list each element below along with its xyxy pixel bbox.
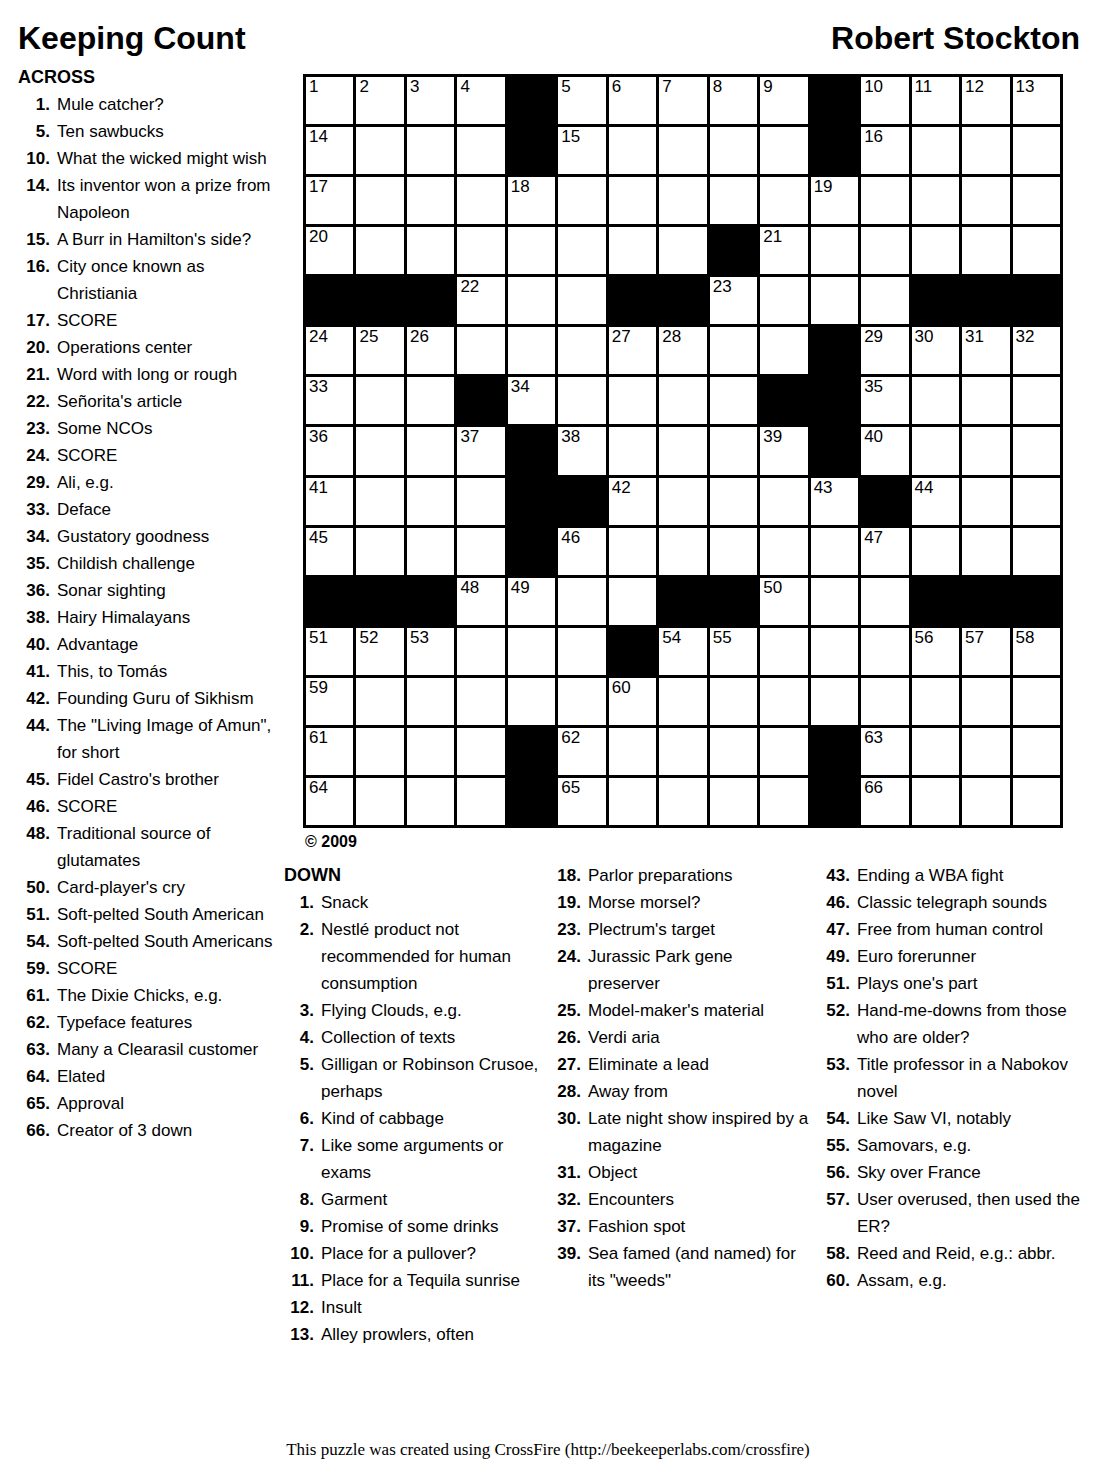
clue-number: 59. [16,955,50,982]
cell-r15c6[interactable]: 65 [558,778,605,825]
cell-r10c7[interactable] [609,528,656,575]
cell-r7c7[interactable] [609,377,656,424]
down-clue-list-1: 1.Snack2.Nestlé product not recommended … [282,889,540,1348]
black-cell [811,327,858,374]
cell-r1c15[interactable]: 13 [1013,77,1060,124]
cell-r7c6[interactable] [558,377,605,424]
cell-r14c7[interactable] [609,728,656,775]
cell-r2c10[interactable] [760,127,807,174]
cell-r6c4[interactable] [457,327,504,374]
clue-number: 39. [549,1240,581,1294]
black-cell [811,127,858,174]
cell-r15c14[interactable] [962,778,1009,825]
cell-r3c14[interactable] [962,177,1009,224]
cell-r4c10[interactable]: 21 [760,227,807,274]
cell-r12c10[interactable] [760,628,807,675]
cell-r9c15[interactable] [1013,478,1060,525]
cell-r1c8[interactable]: 7 [659,77,706,124]
cell-r12c6[interactable] [558,628,605,675]
cell-r3c4[interactable] [457,177,504,224]
cell-r6c7[interactable]: 27 [609,327,656,374]
cell-r10c1[interactable]: 45 [306,528,353,575]
cell-r6c5[interactable] [508,327,555,374]
cell-r1c3[interactable]: 3 [407,77,454,124]
down-clue-list-2: 18.Parlor preparations19.Morse morsel?23… [549,862,809,1294]
cell-r6c6[interactable] [558,327,605,374]
cell-r9c9[interactable] [710,478,757,525]
cell-r6c2[interactable]: 25 [356,327,403,374]
clue-number: 35. [16,550,50,577]
across-header: ACROSS [16,64,278,91]
cell-r4c1[interactable]: 20 [306,227,353,274]
clue-text: Founding Guru of Sikhism [57,685,278,712]
cell-r9c2[interactable] [356,478,403,525]
cell-r2c15[interactable] [1013,127,1060,174]
clue-text: Ending a WBA fight [857,862,1084,889]
cell-number: 55 [713,628,732,647]
cell-r3c1[interactable]: 17 [306,177,353,224]
clue-down-27: 27.Eliminate a lead [549,1051,809,1078]
cell-number: 42 [612,478,631,497]
cell-r4c3[interactable] [407,227,454,274]
cell-r15c8[interactable] [659,778,706,825]
cell-r13c9[interactable] [710,678,757,725]
cell-r15c10[interactable] [760,778,807,825]
cell-r12c5[interactable] [508,628,555,675]
cell-r10c9[interactable] [710,528,757,575]
cell-r12c13[interactable]: 56 [912,628,959,675]
cell-r12c9[interactable]: 55 [710,628,757,675]
cell-r14c1[interactable]: 61 [306,728,353,775]
clue-down-39: 39.Sea famed (and named) for its "weeds" [549,1240,809,1294]
cell-r7c1[interactable]: 33 [306,377,353,424]
cell-r13c14[interactable] [962,678,1009,725]
clue-number: 52. [818,997,850,1051]
cell-r5c10[interactable] [760,277,807,324]
clue-number: 12. [282,1294,314,1321]
cell-r8c9[interactable] [710,427,757,474]
cell-r1c7[interactable]: 6 [609,77,656,124]
cell-r8c8[interactable] [659,427,706,474]
black-cell [912,578,959,625]
clue-text: Classic telegraph sounds [857,889,1084,916]
clue-down-9: 9.Promise of some drinks [282,1213,540,1240]
cell-number: 23 [713,277,732,296]
cell-r4c12[interactable] [861,227,908,274]
cell-r14c13[interactable] [912,728,959,775]
cell-r10c12[interactable]: 47 [861,528,908,575]
crossword-grid-area: 1234567891011121314151617181920212223242… [303,74,1063,851]
cell-r15c13[interactable] [912,778,959,825]
cell-number: 56 [915,628,934,647]
cell-number: 50 [763,578,782,597]
clue-number: 62. [16,1009,50,1036]
cell-number: 14 [309,127,328,146]
cell-r15c9[interactable] [710,778,757,825]
footer-credit: This puzzle was created using CrossFire … [0,1440,1096,1460]
cell-r15c7[interactable] [609,778,656,825]
cell-r6c3[interactable]: 26 [407,327,454,374]
cell-r4c4[interactable] [457,227,504,274]
cell-number: 41 [309,478,328,497]
cell-r2c12[interactable]: 16 [861,127,908,174]
cell-r5c5[interactable] [508,277,555,324]
clue-number: 27. [549,1051,581,1078]
cell-r6c8[interactable]: 28 [659,327,706,374]
cell-number: 20 [309,227,328,246]
clue-down-37: 37.Fashion spot [549,1213,809,1240]
clue-text: Title professor in a Nabokov novel [857,1051,1084,1105]
cell-r12c8[interactable]: 54 [659,628,706,675]
cell-r10c4[interactable] [457,528,504,575]
clue-number: 29. [16,469,50,496]
clue-number: 51. [16,901,50,928]
cell-r2c14[interactable] [962,127,1009,174]
cell-r4c5[interactable] [508,227,555,274]
clue-number: 26. [549,1024,581,1051]
cell-r1c13[interactable]: 11 [912,77,959,124]
cell-r9c7[interactable]: 42 [609,478,656,525]
clue-number: 15. [16,226,50,253]
clue-number: 46. [16,793,50,820]
clue-text: Advantage [57,631,278,658]
clue-number: 4. [282,1024,314,1051]
cell-r13c4[interactable] [457,678,504,725]
cell-r6c14[interactable]: 31 [962,327,1009,374]
cell-r13c5[interactable] [508,678,555,725]
clue-number: 17. [16,307,50,334]
clue-text: Fidel Castro's brother [57,766,278,793]
cell-r8c6[interactable]: 38 [558,427,605,474]
cell-r12c11[interactable] [811,628,858,675]
cell-r14c12[interactable]: 63 [861,728,908,775]
cell-r9c8[interactable] [659,478,706,525]
cell-number: 48 [460,578,479,597]
cell-r1c9[interactable]: 8 [710,77,757,124]
cell-r3c2[interactable] [356,177,403,224]
clue-text: Encounters [588,1186,809,1213]
cell-r14c3[interactable] [407,728,454,775]
clue-down-58: 58.Reed and Reid, e.g.: abbr. [818,1240,1084,1267]
clue-down-30: 30.Late night show inspired by a magazin… [549,1105,809,1159]
cell-r8c13[interactable] [912,427,959,474]
cell-r6c9[interactable] [710,327,757,374]
cell-r4c13[interactable] [912,227,959,274]
cell-number: 25 [359,327,378,346]
black-cell [659,578,706,625]
cell-number: 7 [662,77,671,96]
clue-number: 46. [818,889,850,916]
cell-r11c6[interactable] [558,578,605,625]
cell-r11c11[interactable] [811,578,858,625]
cell-r8c14[interactable] [962,427,1009,474]
cell-r12c14[interactable]: 57 [962,628,1009,675]
clue-text: Card-player's cry [57,874,278,901]
clue-across-45: 45.Fidel Castro's brother [16,766,278,793]
cell-r11c10[interactable]: 50 [760,578,807,625]
clue-text: Señorita's article [57,388,278,415]
cell-r13c8[interactable] [659,678,706,725]
clue-number: 54. [16,928,50,955]
clue-number: 1. [16,91,50,118]
cell-r13c11[interactable] [811,678,858,725]
cell-number: 29 [864,327,883,346]
down-clue-list-3: 43.Ending a WBA fight46.Classic telegrap… [818,862,1084,1294]
cell-r14c9[interactable] [710,728,757,775]
clue-text: Snack [321,889,540,916]
cell-number: 28 [662,327,681,346]
cell-r10c8[interactable] [659,528,706,575]
cell-r3c6[interactable] [558,177,605,224]
cell-r1c2[interactable]: 2 [356,77,403,124]
cell-r15c2[interactable] [356,778,403,825]
cell-r3c7[interactable] [609,177,656,224]
clue-text: Ali, e.g. [57,469,278,496]
clue-number: 24. [549,943,581,997]
cell-r10c15[interactable] [1013,528,1060,575]
clue-number: 40. [16,631,50,658]
crossword-grid[interactable]: 1234567891011121314151617181920212223242… [303,74,1063,828]
clue-across-22: 22.Señorita's article [16,388,278,415]
cell-r14c10[interactable] [760,728,807,775]
cell-number: 64 [309,778,328,797]
clue-number: 65. [16,1090,50,1117]
cell-r9c13[interactable]: 44 [912,478,959,525]
cell-r2c4[interactable] [457,127,504,174]
cell-r3c9[interactable] [710,177,757,224]
cell-r14c15[interactable] [1013,728,1060,775]
cell-r7c9[interactable] [710,377,757,424]
cell-r5c11[interactable] [811,277,858,324]
cell-r3c13[interactable] [912,177,959,224]
cell-number: 31 [965,327,984,346]
cell-r12c1[interactable]: 51 [306,628,353,675]
cell-r6c12[interactable]: 29 [861,327,908,374]
cell-r15c1[interactable]: 64 [306,778,353,825]
cell-r2c9[interactable] [710,127,757,174]
cell-r3c12[interactable] [861,177,908,224]
cell-r5c12[interactable] [861,277,908,324]
cell-r2c1[interactable]: 14 [306,127,353,174]
cell-number: 66 [864,778,883,797]
cell-r10c2[interactable] [356,528,403,575]
cell-r4c8[interactable] [659,227,706,274]
cell-r12c15[interactable]: 58 [1013,628,1060,675]
cell-r4c6[interactable] [558,227,605,274]
cell-r7c14[interactable] [962,377,1009,424]
clue-number: 54. [818,1105,850,1132]
black-cell [1013,578,1060,625]
cell-r8c12[interactable]: 40 [861,427,908,474]
cell-r4c14[interactable] [962,227,1009,274]
cell-number: 61 [309,728,328,747]
clue-number: 5. [282,1051,314,1105]
cell-r7c2[interactable] [356,377,403,424]
clue-text: Mule catcher? [57,91,278,118]
black-cell [811,77,858,124]
clue-down-11: 11.Place for a Tequila sunrise [282,1267,540,1294]
clue-across-17: 17.SCORE [16,307,278,334]
cell-r13c13[interactable] [912,678,959,725]
clue-text: Place for a Tequila sunrise [321,1267,540,1294]
cell-r7c5[interactable]: 34 [508,377,555,424]
black-cell [356,277,403,324]
cell-r9c11[interactable]: 43 [811,478,858,525]
cell-r9c1[interactable]: 41 [306,478,353,525]
clue-number: 41. [16,658,50,685]
cell-r2c3[interactable] [407,127,454,174]
cell-r14c8[interactable] [659,728,706,775]
puzzle-author: Robert Stockton [831,20,1080,57]
cell-number: 8 [713,77,722,96]
cell-r15c3[interactable] [407,778,454,825]
cell-r8c7[interactable] [609,427,656,474]
cell-r9c10[interactable] [760,478,807,525]
cell-r14c14[interactable] [962,728,1009,775]
cell-r1c1[interactable]: 1 [306,77,353,124]
cell-r3c11[interactable]: 19 [811,177,858,224]
cell-r1c10[interactable]: 9 [760,77,807,124]
cell-r3c8[interactable] [659,177,706,224]
cell-r7c3[interactable] [407,377,454,424]
cell-r10c14[interactable] [962,528,1009,575]
cell-r10c11[interactable] [811,528,858,575]
cell-r10c13[interactable] [912,528,959,575]
cell-r12c12[interactable] [861,628,908,675]
cell-r3c3[interactable] [407,177,454,224]
cell-r7c15[interactable] [1013,377,1060,424]
black-cell [861,478,908,525]
cell-r2c6[interactable]: 15 [558,127,605,174]
cell-r10c3[interactable] [407,528,454,575]
cell-r9c4[interactable] [457,478,504,525]
cell-r11c7[interactable] [609,578,656,625]
clue-text: Kind of cabbage [321,1105,540,1132]
cell-r3c15[interactable] [1013,177,1060,224]
clue-number: 48. [16,820,50,874]
cell-r15c15[interactable] [1013,778,1060,825]
cell-number: 32 [1016,327,1035,346]
cell-r5c4[interactable]: 22 [457,277,504,324]
cell-r13c12[interactable] [861,678,908,725]
clue-down-8: 8.Garment [282,1186,540,1213]
clue-across-61: 61.The Dixie Chicks, e.g. [16,982,278,1009]
down-clue-column-3: 43.Ending a WBA fight46.Classic telegrap… [818,862,1084,1294]
cell-r7c12[interactable]: 35 [861,377,908,424]
cell-r12c2[interactable]: 52 [356,628,403,675]
clue-number: 30. [549,1105,581,1159]
cell-r7c13[interactable] [912,377,959,424]
cell-r1c4[interactable]: 4 [457,77,504,124]
cell-r12c3[interactable]: 53 [407,628,454,675]
cell-number: 65 [561,778,580,797]
cell-r6c1[interactable]: 24 [306,327,353,374]
cell-r12c4[interactable] [457,628,504,675]
cell-r13c15[interactable] [1013,678,1060,725]
cell-r8c15[interactable] [1013,427,1060,474]
cell-r14c4[interactable] [457,728,504,775]
cell-r10c10[interactable] [760,528,807,575]
cell-number: 10 [864,77,883,96]
cell-r11c5[interactable]: 49 [508,578,555,625]
clue-number: 49. [818,943,850,970]
cell-r4c15[interactable] [1013,227,1060,274]
cell-r2c8[interactable] [659,127,706,174]
cell-r15c4[interactable] [457,778,504,825]
cell-r14c2[interactable] [356,728,403,775]
cell-r7c8[interactable] [659,377,706,424]
cell-number: 1 [309,77,318,96]
cell-r10c6[interactable]: 46 [558,528,605,575]
cell-r2c13[interactable] [912,127,959,174]
cell-r11c4[interactable]: 48 [457,578,504,625]
cell-r8c2[interactable] [356,427,403,474]
cell-r2c7[interactable] [609,127,656,174]
cell-r5c9[interactable]: 23 [710,277,757,324]
cell-r4c7[interactable] [609,227,656,274]
cell-r9c3[interactable] [407,478,454,525]
clue-text: Elated [57,1063,278,1090]
cell-r8c3[interactable] [407,427,454,474]
cell-r1c12[interactable]: 10 [861,77,908,124]
cell-r5c6[interactable] [558,277,605,324]
cell-r8c4[interactable]: 37 [457,427,504,474]
clue-text: Euro forerunner [857,943,1084,970]
cell-r13c6[interactable] [558,678,605,725]
cell-r4c2[interactable] [356,227,403,274]
clue-number: 21. [16,361,50,388]
down-clue-column-2: 18.Parlor preparations19.Morse morsel?23… [549,862,809,1294]
clue-number: 11. [282,1267,314,1294]
clue-across-1: 1.Mule catcher? [16,91,278,118]
cell-r15c12[interactable]: 66 [861,778,908,825]
cell-r11c12[interactable] [861,578,908,625]
clue-number: 22. [16,388,50,415]
cell-r14c6[interactable]: 62 [558,728,605,775]
cell-number: 30 [915,327,934,346]
clue-text: Late night show inspired by a magazine [588,1105,809,1159]
cell-r1c14[interactable]: 12 [962,77,1009,124]
clue-number: 18. [549,862,581,889]
clue-number: 1. [282,889,314,916]
cell-r8c10[interactable]: 39 [760,427,807,474]
cell-r2c2[interactable] [356,127,403,174]
cell-r13c10[interactable] [760,678,807,725]
cell-r4c11[interactable] [811,227,858,274]
cell-r13c1[interactable]: 59 [306,678,353,725]
cell-number: 63 [864,728,883,747]
cell-number: 6 [612,77,621,96]
cell-r3c10[interactable] [760,177,807,224]
cell-r13c2[interactable] [356,678,403,725]
cell-r6c15[interactable]: 32 [1013,327,1060,374]
clue-text: Hand-me-downs from those who are older? [857,997,1084,1051]
clue-text: Free from human control [857,916,1084,943]
clue-number: 38. [16,604,50,631]
cell-r3c5[interactable]: 18 [508,177,555,224]
cell-r9c14[interactable] [962,478,1009,525]
clue-down-1: 1.Snack [282,889,540,916]
cell-r8c1[interactable]: 36 [306,427,353,474]
cell-r6c10[interactable] [760,327,807,374]
cell-r13c7[interactable]: 60 [609,678,656,725]
black-cell [962,578,1009,625]
cell-r13c3[interactable] [407,678,454,725]
clue-across-33: 33.Deface [16,496,278,523]
black-cell [811,427,858,474]
cell-r1c6[interactable]: 5 [558,77,605,124]
cell-r6c13[interactable]: 30 [912,327,959,374]
